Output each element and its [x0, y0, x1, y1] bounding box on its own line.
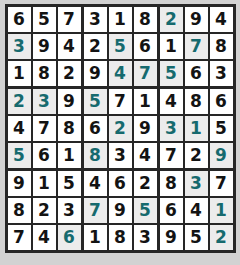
cell-r8c7[interactable]: 6: [160, 198, 183, 223]
cell-r5c4[interactable]: 6: [84, 116, 107, 141]
cell-r1c3[interactable]: 7: [58, 7, 81, 32]
cell-r5c9[interactable]: 5: [210, 116, 233, 141]
cell-r1c8[interactable]: 9: [185, 7, 208, 32]
cell-r6c2[interactable]: 6: [33, 143, 56, 168]
cell-r9c1[interactable]: 7: [8, 225, 31, 250]
cell-r8c6[interactable]: 5: [134, 198, 157, 223]
cell-r4c3[interactable]: 9: [58, 89, 81, 114]
cell-r9c4[interactable]: 1: [84, 225, 107, 250]
cell-r5c5[interactable]: 2: [109, 116, 132, 141]
box-7: 915823746: [8, 171, 81, 250]
cell-r6c8[interactable]: 2: [185, 143, 208, 168]
sudoku-board: 6573941823182569472941785632394785615716…: [5, 4, 236, 253]
cell-r4c1[interactable]: 2: [8, 89, 31, 114]
cell-r1c5[interactable]: 1: [109, 7, 132, 32]
cell-r3c9[interactable]: 3: [210, 61, 233, 86]
box-5: 571629834: [84, 89, 157, 168]
cell-r7c9[interactable]: 7: [210, 171, 233, 196]
cell-r5c6[interactable]: 9: [134, 116, 157, 141]
cell-r6c1[interactable]: 5: [8, 143, 31, 168]
cell-r3c5[interactable]: 4: [109, 61, 132, 86]
cell-r9c6[interactable]: 3: [134, 225, 157, 250]
cell-r3c1[interactable]: 1: [8, 61, 31, 86]
cell-r1c7[interactable]: 2: [160, 7, 183, 32]
cell-r9c5[interactable]: 8: [109, 225, 132, 250]
cell-r7c5[interactable]: 6: [109, 171, 132, 196]
cell-r4c7[interactable]: 4: [160, 89, 183, 114]
cell-r8c4[interactable]: 7: [84, 198, 107, 223]
cell-r8c5[interactable]: 9: [109, 198, 132, 223]
cell-r5c2[interactable]: 7: [33, 116, 56, 141]
cell-r1c9[interactable]: 4: [210, 7, 233, 32]
cell-r9c2[interactable]: 4: [33, 225, 56, 250]
cell-r8c1[interactable]: 8: [8, 198, 31, 223]
cell-r4c4[interactable]: 5: [84, 89, 107, 114]
cell-r7c1[interactable]: 9: [8, 171, 31, 196]
cell-r7c6[interactable]: 2: [134, 171, 157, 196]
cell-r2c5[interactable]: 5: [109, 34, 132, 59]
cell-r4c8[interactable]: 8: [185, 89, 208, 114]
box-6: 486315729: [160, 89, 233, 168]
cell-r5c7[interactable]: 3: [160, 116, 183, 141]
cell-r5c8[interactable]: 1: [185, 116, 208, 141]
cell-r6c4[interactable]: 8: [84, 143, 107, 168]
cell-r8c9[interactable]: 1: [210, 198, 233, 223]
cell-r2c7[interactable]: 1: [160, 34, 183, 59]
cell-r3c7[interactable]: 5: [160, 61, 183, 86]
cell-r4c2[interactable]: 3: [33, 89, 56, 114]
cell-r5c3[interactable]: 8: [58, 116, 81, 141]
cell-r2c1[interactable]: 3: [8, 34, 31, 59]
cell-r3c8[interactable]: 6: [185, 61, 208, 86]
cell-r4c9[interactable]: 6: [210, 89, 233, 114]
cell-r8c8[interactable]: 4: [185, 198, 208, 223]
cell-r1c2[interactable]: 5: [33, 7, 56, 32]
cell-r6c5[interactable]: 3: [109, 143, 132, 168]
cell-r6c7[interactable]: 7: [160, 143, 183, 168]
cell-r9c3[interactable]: 6: [58, 225, 81, 250]
box-9: 837641952: [160, 171, 233, 250]
cell-r1c6[interactable]: 8: [134, 7, 157, 32]
cell-r7c3[interactable]: 5: [58, 171, 81, 196]
cell-r3c6[interactable]: 7: [134, 61, 157, 86]
cell-r5c1[interactable]: 4: [8, 116, 31, 141]
box-8: 462795183: [84, 171, 157, 250]
cell-r2c9[interactable]: 8: [210, 34, 233, 59]
cell-r7c7[interactable]: 8: [160, 171, 183, 196]
cell-r6c9[interactable]: 9: [210, 143, 233, 168]
cell-r2c6[interactable]: 6: [134, 34, 157, 59]
cell-r7c2[interactable]: 1: [33, 171, 56, 196]
cell-r9c9[interactable]: 2: [210, 225, 233, 250]
cell-r7c4[interactable]: 4: [84, 171, 107, 196]
cell-r2c2[interactable]: 9: [33, 34, 56, 59]
cell-r3c3[interactable]: 2: [58, 61, 81, 86]
box-2: 318256947: [84, 7, 157, 86]
cell-r8c2[interactable]: 2: [33, 198, 56, 223]
cell-r3c2[interactable]: 8: [33, 61, 56, 86]
cell-r8c3[interactable]: 3: [58, 198, 81, 223]
box-1: 657394182: [8, 7, 81, 86]
cell-r9c8[interactable]: 5: [185, 225, 208, 250]
cell-r4c6[interactable]: 1: [134, 89, 157, 114]
cell-r1c4[interactable]: 3: [84, 7, 107, 32]
cell-r9c7[interactable]: 9: [160, 225, 183, 250]
cell-r1c1[interactable]: 6: [8, 7, 31, 32]
box-3: 294178563: [160, 7, 233, 86]
box-4: 239478561: [8, 89, 81, 168]
cell-r2c8[interactable]: 7: [185, 34, 208, 59]
cell-r4c5[interactable]: 7: [109, 89, 132, 114]
page-background: 6573941823182569472941785632394785615716…: [0, 0, 240, 265]
cell-r2c4[interactable]: 2: [84, 34, 107, 59]
cell-r7c8[interactable]: 3: [185, 171, 208, 196]
cell-r2c3[interactable]: 4: [58, 34, 81, 59]
cell-r6c3[interactable]: 1: [58, 143, 81, 168]
cell-r6c6[interactable]: 4: [134, 143, 157, 168]
cell-r3c4[interactable]: 9: [84, 61, 107, 86]
